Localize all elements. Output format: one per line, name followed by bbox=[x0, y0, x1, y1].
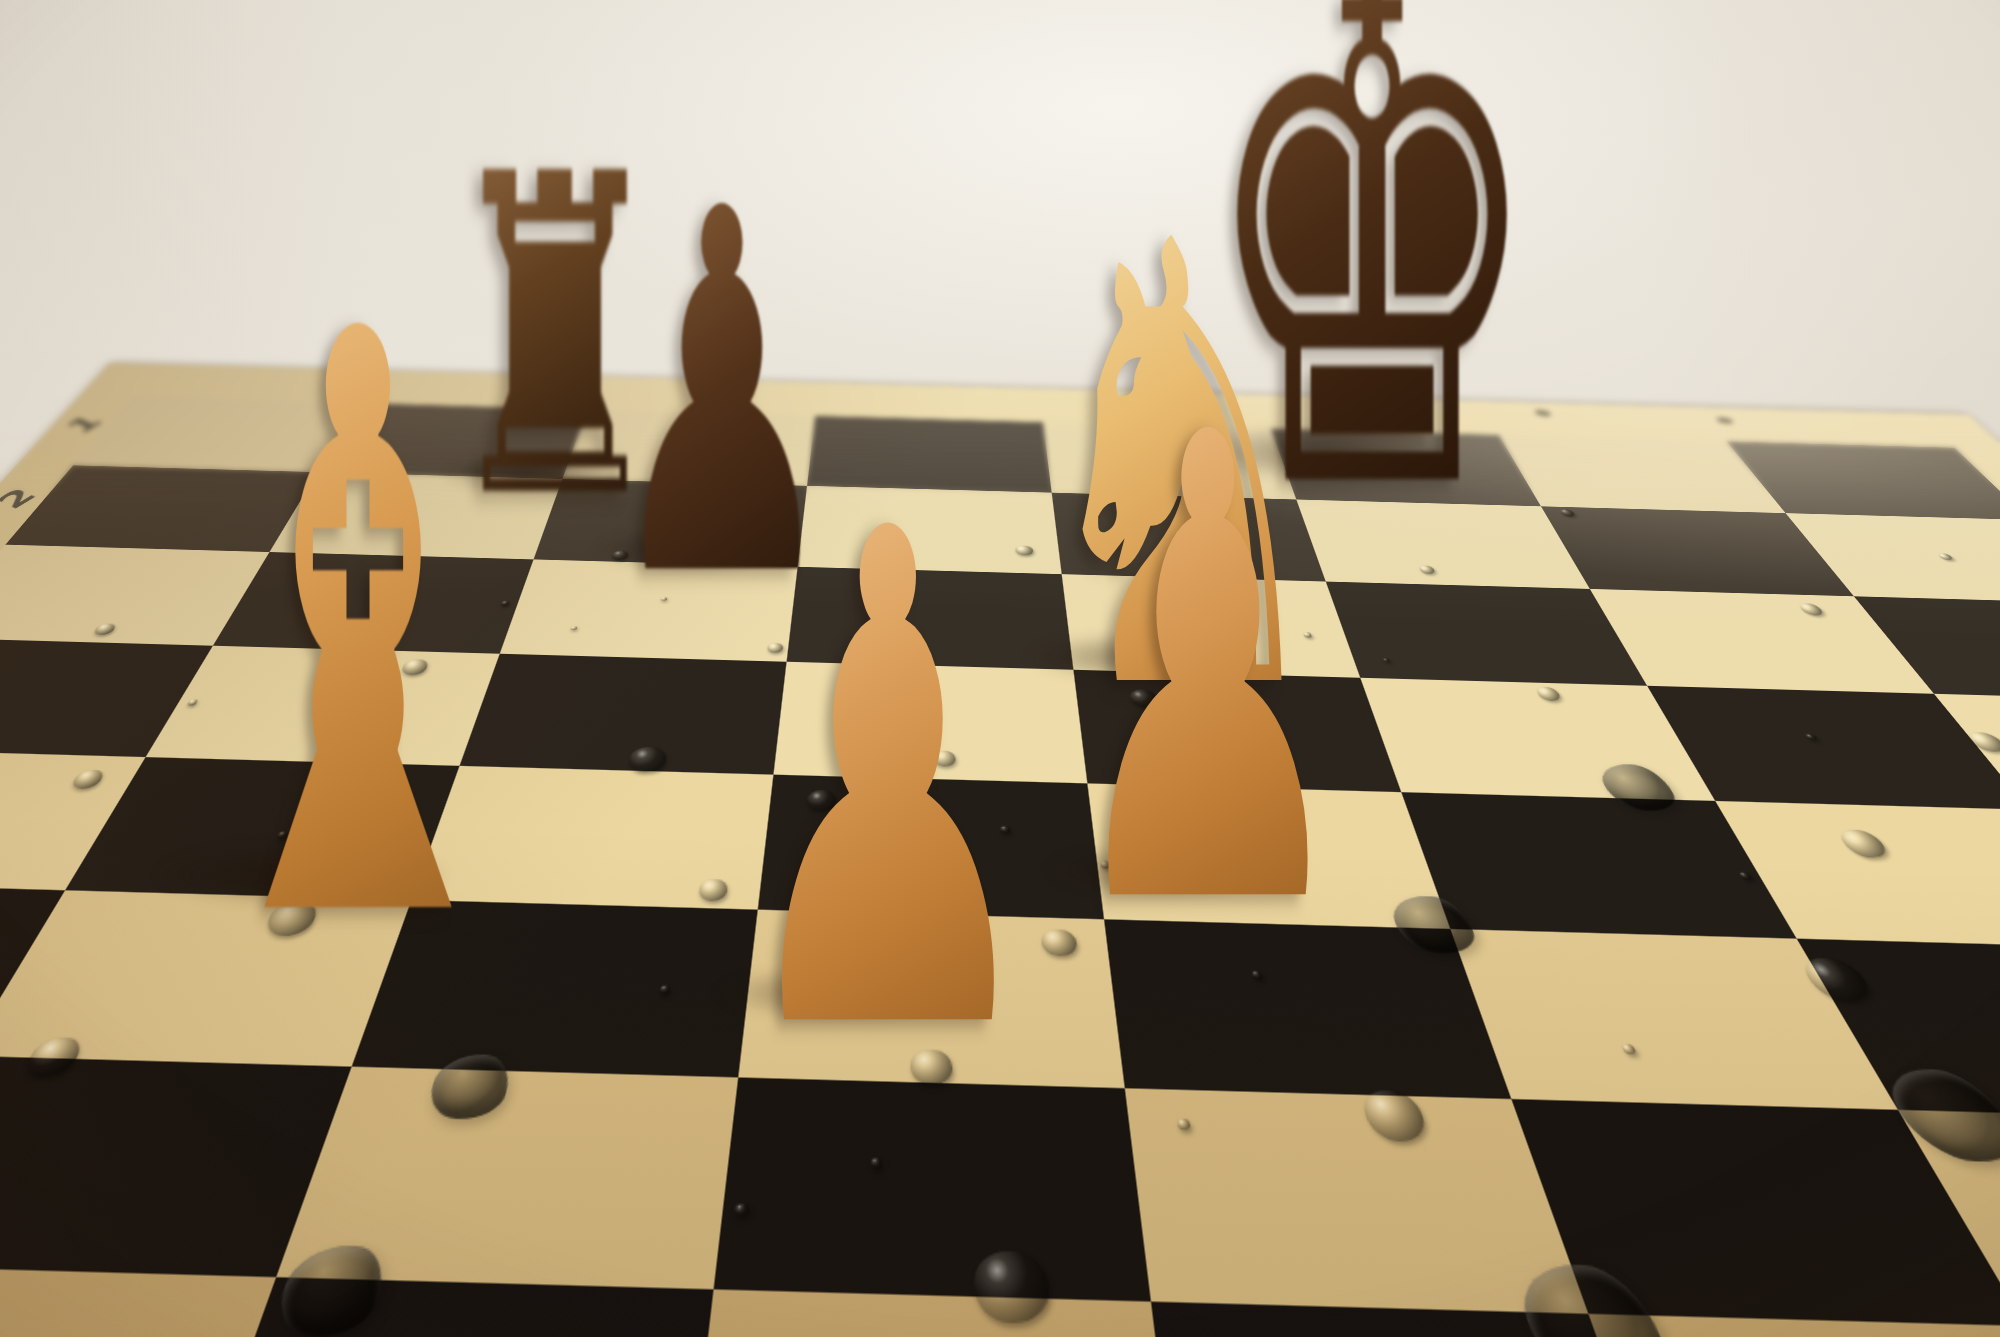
piece-white-pawn[interactable]: ♟ bbox=[1059, 353, 1357, 993]
file-letter-mark bbox=[1715, 417, 1734, 424]
piece-white-pawn[interactable]: ♟ bbox=[730, 444, 1047, 1124]
piece-white-bishop[interactable]: ♝ bbox=[179, 230, 538, 1030]
water-droplet bbox=[659, 986, 670, 994]
water-droplet bbox=[569, 626, 577, 630]
photo-scene: { "game": "chess", "title": "Wooden ches… bbox=[0, 0, 2000, 1337]
board-square bbox=[0, 1265, 276, 1337]
